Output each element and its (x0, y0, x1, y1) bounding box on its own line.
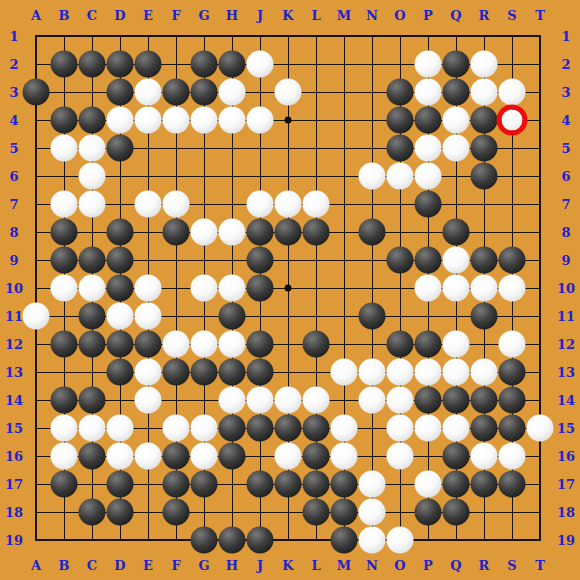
stone-white (443, 275, 470, 302)
col-label-top: T (535, 9, 545, 22)
stone-white (51, 135, 78, 162)
stone-white (79, 275, 106, 302)
stone-white (219, 387, 246, 414)
stone-white (135, 303, 162, 330)
grid-line-vertical (539, 35, 541, 541)
row-label-right: 18 (557, 506, 575, 519)
stone-white (219, 79, 246, 106)
stone-black (415, 499, 442, 526)
row-label-left: 17 (5, 478, 23, 491)
stone-black (499, 387, 526, 414)
stone-black (499, 471, 526, 498)
stone-black (387, 135, 414, 162)
stone-white (359, 499, 386, 526)
stone-black (275, 471, 302, 498)
stone-black (79, 443, 106, 470)
row-label-left: 10 (5, 282, 23, 295)
stone-black (443, 79, 470, 106)
go-board[interactable]: AABBCCDDEEFFGGHHJJKKLLMMNNOOPPQQRRSSTT11… (0, 0, 580, 580)
stone-white (163, 191, 190, 218)
stone-white (51, 191, 78, 218)
row-label-left: 5 (9, 142, 18, 155)
stone-white (387, 387, 414, 414)
stone-white (107, 443, 134, 470)
stone-white (443, 135, 470, 162)
stone-black (107, 499, 134, 526)
row-label-right: 1 (561, 30, 570, 43)
star-point (285, 285, 292, 292)
stone-black (107, 79, 134, 106)
row-label-right: 6 (561, 170, 570, 183)
stone-black (79, 303, 106, 330)
stone-black (247, 415, 274, 442)
stone-white (359, 527, 386, 554)
row-label-left: 15 (5, 422, 23, 435)
stone-white (499, 443, 526, 470)
stone-white (79, 191, 106, 218)
stone-black (51, 331, 78, 358)
stone-black (79, 107, 106, 134)
stone-black (79, 387, 106, 414)
col-label-bottom: C (87, 559, 97, 572)
stone-black (359, 303, 386, 330)
col-label-bottom: B (59, 559, 70, 572)
col-label-top: D (114, 9, 125, 22)
stone-black (51, 107, 78, 134)
stone-black (51, 219, 78, 246)
row-label-left: 16 (5, 450, 23, 463)
row-label-right: 3 (561, 86, 570, 99)
stone-black (51, 51, 78, 78)
stone-white (415, 163, 442, 190)
stone-white (275, 443, 302, 470)
stone-black (247, 247, 274, 274)
stone-white (471, 359, 498, 386)
col-label-bottom: P (423, 559, 433, 572)
col-label-top: M (337, 9, 351, 22)
stone-white (331, 359, 358, 386)
row-label-right: 7 (561, 198, 570, 211)
stone-black (499, 415, 526, 442)
row-label-left: 7 (9, 198, 18, 211)
col-label-bottom: R (479, 559, 490, 572)
col-label-bottom: E (143, 559, 153, 572)
col-label-bottom: F (171, 559, 180, 572)
stone-white (23, 303, 50, 330)
stone-black (387, 107, 414, 134)
col-label-top: F (171, 9, 180, 22)
row-label-right: 9 (561, 254, 570, 267)
col-label-bottom: K (282, 559, 293, 572)
stone-black (107, 135, 134, 162)
stone-white (135, 359, 162, 386)
stone-white (415, 51, 442, 78)
stone-black (359, 219, 386, 246)
row-label-right: 12 (557, 338, 575, 351)
col-label-bottom: L (311, 559, 320, 572)
col-label-top: G (198, 9, 209, 22)
stone-white (387, 415, 414, 442)
col-label-top: A (31, 9, 41, 22)
stone-black (107, 275, 134, 302)
stone-white (163, 415, 190, 442)
stone-white (135, 191, 162, 218)
stone-black (471, 471, 498, 498)
stone-white (191, 415, 218, 442)
col-label-top: R (479, 9, 490, 22)
stone-black (387, 247, 414, 274)
stone-white (107, 303, 134, 330)
stone-white (443, 331, 470, 358)
stone-white (191, 219, 218, 246)
stone-black (191, 51, 218, 78)
stone-black (247, 527, 274, 554)
row-label-right: 2 (561, 58, 570, 71)
star-point (285, 117, 292, 124)
stone-black (331, 471, 358, 498)
col-label-bottom: O (394, 559, 405, 572)
stone-black (79, 51, 106, 78)
stone-white (443, 415, 470, 442)
stone-white (443, 247, 470, 274)
stone-white (359, 359, 386, 386)
col-label-top: S (507, 9, 516, 22)
row-label-left: 4 (9, 114, 18, 127)
stone-white (219, 219, 246, 246)
col-label-bottom: S (507, 559, 516, 572)
stone-black (275, 219, 302, 246)
stone-white (415, 471, 442, 498)
stone-white (359, 163, 386, 190)
col-label-top: N (366, 9, 378, 22)
row-label-right: 17 (557, 478, 575, 491)
stone-white (331, 443, 358, 470)
stone-white (331, 415, 358, 442)
stone-black (443, 51, 470, 78)
stone-black (219, 415, 246, 442)
row-label-right: 14 (557, 394, 575, 407)
stone-white-last-move (497, 105, 528, 136)
row-label-right: 19 (557, 534, 575, 547)
stone-black (443, 219, 470, 246)
stone-white (387, 359, 414, 386)
stone-black (79, 247, 106, 274)
stone-black (443, 443, 470, 470)
stone-white (443, 359, 470, 386)
stone-black (331, 499, 358, 526)
stone-white (415, 359, 442, 386)
stone-black (219, 303, 246, 330)
row-label-left: 8 (9, 226, 18, 239)
col-label-top: K (282, 9, 293, 22)
stone-white (499, 331, 526, 358)
stone-black (471, 163, 498, 190)
stone-white (107, 107, 134, 134)
stone-white (415, 79, 442, 106)
stone-black (191, 79, 218, 106)
col-label-bottom: N (366, 559, 378, 572)
col-label-top: J (257, 9, 263, 22)
col-label-bottom: D (114, 559, 125, 572)
stone-black (471, 387, 498, 414)
stone-black (51, 387, 78, 414)
stone-white (303, 191, 330, 218)
row-label-left: 3 (9, 86, 18, 99)
stone-white (247, 387, 274, 414)
stone-white (415, 415, 442, 442)
stone-black (443, 471, 470, 498)
row-label-right: 15 (557, 422, 575, 435)
stone-black (163, 499, 190, 526)
stone-white (387, 163, 414, 190)
stone-white (471, 51, 498, 78)
row-label-right: 5 (561, 142, 570, 155)
stone-black (247, 275, 274, 302)
stone-black (107, 331, 134, 358)
stone-black (23, 79, 50, 106)
stone-white (247, 51, 274, 78)
stone-white (275, 79, 302, 106)
stone-black (219, 359, 246, 386)
stone-black (163, 471, 190, 498)
col-label-top: O (394, 9, 405, 22)
stone-white (499, 79, 526, 106)
stone-black (135, 331, 162, 358)
row-label-left: 18 (5, 506, 23, 519)
stone-black (79, 499, 106, 526)
stone-black (415, 247, 442, 274)
stone-white (191, 443, 218, 470)
stone-white (51, 443, 78, 470)
stone-white (303, 387, 330, 414)
stone-black (331, 527, 358, 554)
stone-black (415, 331, 442, 358)
col-label-top: C (87, 9, 97, 22)
stone-black (247, 219, 274, 246)
stone-white (135, 107, 162, 134)
stone-white (163, 107, 190, 134)
stone-black (303, 331, 330, 358)
stone-black (415, 191, 442, 218)
row-label-left: 13 (5, 366, 23, 379)
stone-black (499, 359, 526, 386)
stone-white (471, 443, 498, 470)
stone-black (107, 51, 134, 78)
stone-black (163, 219, 190, 246)
col-label-bottom: Q (450, 559, 461, 572)
col-label-top: H (226, 9, 238, 22)
stone-black (191, 471, 218, 498)
stone-white (79, 415, 106, 442)
stone-black (107, 219, 134, 246)
col-label-top: E (143, 9, 153, 22)
stone-black (191, 359, 218, 386)
stone-black (191, 527, 218, 554)
row-label-right: 11 (557, 310, 575, 323)
stone-black (303, 443, 330, 470)
col-label-top: Q (450, 9, 461, 22)
stone-black (219, 443, 246, 470)
stone-black (163, 443, 190, 470)
stone-white (471, 275, 498, 302)
stone-white (387, 527, 414, 554)
stone-white (359, 387, 386, 414)
stone-black (247, 471, 274, 498)
stone-white (219, 331, 246, 358)
stone-black (471, 415, 498, 442)
stone-black (275, 415, 302, 442)
stone-black (135, 51, 162, 78)
stone-black (415, 107, 442, 134)
stone-white (191, 275, 218, 302)
stone-white (163, 331, 190, 358)
row-label-right: 8 (561, 226, 570, 239)
row-label-left: 19 (5, 534, 23, 547)
row-label-left: 12 (5, 338, 23, 351)
col-label-bottom: T (535, 559, 545, 572)
stone-white (387, 443, 414, 470)
stone-white (51, 275, 78, 302)
stone-black (107, 359, 134, 386)
col-label-top: P (423, 9, 433, 22)
stone-white (135, 387, 162, 414)
stone-black (163, 79, 190, 106)
stone-black (51, 471, 78, 498)
stone-white (415, 135, 442, 162)
stone-white (79, 163, 106, 190)
stone-white (191, 331, 218, 358)
stone-black (107, 471, 134, 498)
stone-white (499, 275, 526, 302)
row-label-right: 13 (557, 366, 575, 379)
stone-white (415, 275, 442, 302)
stone-white (135, 79, 162, 106)
stone-black (219, 527, 246, 554)
stone-black (107, 247, 134, 274)
stone-black (303, 219, 330, 246)
row-label-right: 16 (557, 450, 575, 463)
stone-black (163, 359, 190, 386)
stone-black (79, 331, 106, 358)
row-label-left: 11 (5, 310, 23, 323)
stone-white (275, 191, 302, 218)
stone-white (359, 471, 386, 498)
stone-white (219, 107, 246, 134)
col-label-top: L (311, 9, 320, 22)
col-label-bottom: H (226, 559, 238, 572)
stone-white (107, 415, 134, 442)
stone-white (135, 443, 162, 470)
row-label-left: 1 (9, 30, 18, 43)
stone-white (275, 387, 302, 414)
row-label-left: 6 (9, 170, 18, 183)
row-label-left: 9 (9, 254, 18, 267)
stone-white (247, 107, 274, 134)
col-label-bottom: A (31, 559, 41, 572)
stone-black (471, 303, 498, 330)
row-label-left: 2 (9, 58, 18, 71)
stone-black (499, 247, 526, 274)
stone-white (191, 107, 218, 134)
stone-black (471, 247, 498, 274)
stone-white (79, 135, 106, 162)
stone-black (51, 247, 78, 274)
stone-black (303, 471, 330, 498)
stone-black (471, 135, 498, 162)
stone-black (415, 387, 442, 414)
stone-white (247, 191, 274, 218)
stone-black (219, 51, 246, 78)
stone-black (387, 331, 414, 358)
stone-black (471, 107, 498, 134)
stone-black (303, 415, 330, 442)
stone-black (303, 499, 330, 526)
col-label-bottom: M (337, 559, 351, 572)
stone-black (387, 79, 414, 106)
stone-black (247, 331, 274, 358)
row-label-right: 10 (557, 282, 575, 295)
stone-white (471, 79, 498, 106)
grid-line-vertical (372, 35, 373, 541)
stone-white (527, 415, 554, 442)
stone-white (443, 107, 470, 134)
col-label-top: B (59, 9, 70, 22)
stone-white (51, 415, 78, 442)
stone-black (247, 359, 274, 386)
row-label-left: 14 (5, 394, 23, 407)
row-label-right: 4 (561, 114, 570, 127)
stone-white (135, 275, 162, 302)
grid-line-horizontal (35, 539, 541, 541)
col-label-bottom: J (257, 559, 263, 572)
stone-black (443, 499, 470, 526)
stone-black (443, 387, 470, 414)
col-label-bottom: G (198, 559, 209, 572)
stone-white (219, 275, 246, 302)
